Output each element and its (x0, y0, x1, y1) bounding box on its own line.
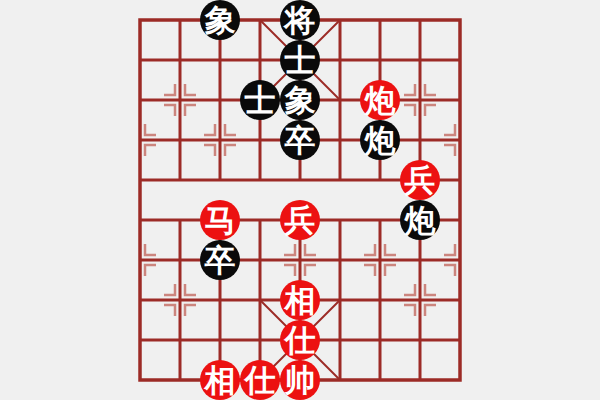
piece-red-advisor[interactable]: 仕 (240, 360, 280, 400)
board-point[interactable] (160, 240, 200, 280)
piece-red-advisor[interactable]: 仕 (280, 320, 320, 360)
board-point[interactable] (320, 160, 360, 200)
board-point[interactable] (240, 160, 280, 200)
board-point[interactable] (320, 120, 360, 160)
board-point[interactable] (160, 360, 200, 400)
piece-red-cannon[interactable]: 炮 (360, 80, 400, 120)
piece-red-soldier[interactable]: 兵 (280, 200, 320, 240)
board-point[interactable] (120, 160, 160, 200)
board-point[interactable] (400, 80, 440, 120)
board-point[interactable] (320, 200, 360, 240)
board-point[interactable] (240, 0, 280, 40)
piece-black-soldier[interactable]: 卒 (280, 120, 320, 160)
piece-black-elephant[interactable]: 象 (280, 80, 320, 120)
board-point[interactable] (320, 360, 360, 400)
board-point[interactable] (360, 360, 400, 400)
board-point[interactable] (200, 80, 240, 120)
board-point[interactable] (120, 200, 160, 240)
board-point[interactable] (160, 40, 200, 80)
board-point[interactable] (200, 280, 240, 320)
board-point[interactable] (280, 240, 320, 280)
piece-red-soldier[interactable]: 兵 (400, 160, 440, 200)
board-point[interactable] (120, 360, 160, 400)
piece-red-horse[interactable]: 马 (200, 200, 240, 240)
board-point[interactable] (320, 240, 360, 280)
board-point[interactable] (240, 120, 280, 160)
board-point[interactable] (360, 160, 400, 200)
board-point[interactable] (440, 80, 480, 120)
board-point[interactable] (440, 120, 480, 160)
board-point[interactable] (240, 320, 280, 360)
board-point[interactable] (400, 240, 440, 280)
piece-black-advisor[interactable]: 士 (280, 40, 320, 80)
piece-black-cannon[interactable]: 炮 (360, 120, 400, 160)
board-point[interactable] (440, 280, 480, 320)
board-point[interactable] (360, 280, 400, 320)
board-point[interactable] (120, 240, 160, 280)
board-point[interactable] (440, 320, 480, 360)
board-point[interactable] (200, 120, 240, 160)
piece-red-elephant[interactable]: 相 (280, 280, 320, 320)
piece-grid: 象将士士象炮卒炮兵马兵炮卒相仕相仕帅 (120, 0, 480, 400)
board-point[interactable] (120, 40, 160, 80)
board-point[interactable] (320, 40, 360, 80)
board-point[interactable] (440, 160, 480, 200)
board-point[interactable] (400, 280, 440, 320)
piece-black-elephant[interactable]: 象 (200, 0, 240, 40)
board-point[interactable] (200, 40, 240, 80)
board-point[interactable] (120, 280, 160, 320)
board-point[interactable] (280, 160, 320, 200)
board-point[interactable] (200, 320, 240, 360)
board-point[interactable] (240, 200, 280, 240)
board-point[interactable] (440, 200, 480, 240)
piece-black-cannon[interactable]: 炮 (400, 200, 440, 240)
piece-black-advisor[interactable]: 士 (240, 80, 280, 120)
board-point[interactable] (440, 360, 480, 400)
board-point[interactable] (440, 240, 480, 280)
board-point[interactable] (400, 120, 440, 160)
piece-black-king[interactable]: 将 (280, 0, 320, 40)
board-point[interactable] (120, 320, 160, 360)
board-point[interactable] (160, 200, 200, 240)
board-point[interactable] (160, 120, 200, 160)
board-point[interactable] (240, 280, 280, 320)
board-point[interactable] (360, 320, 400, 360)
board-point[interactable] (240, 240, 280, 280)
board-point[interactable] (240, 40, 280, 80)
board-point[interactable] (160, 280, 200, 320)
board-point[interactable] (360, 40, 400, 80)
xiangqi-board: 象将士士象炮卒炮兵马兵炮卒相仕相仕帅 (0, 0, 600, 400)
board-point[interactable] (160, 80, 200, 120)
board-point[interactable] (160, 0, 200, 40)
board-point[interactable] (320, 280, 360, 320)
board-point[interactable] (200, 160, 240, 200)
board-point[interactable] (160, 160, 200, 200)
piece-black-soldier[interactable]: 卒 (200, 240, 240, 280)
board-point[interactable] (320, 0, 360, 40)
board-point[interactable] (400, 40, 440, 80)
board-point[interactable] (120, 120, 160, 160)
board-point[interactable] (400, 320, 440, 360)
board-point[interactable] (360, 0, 400, 40)
board-point[interactable] (160, 320, 200, 360)
board-point[interactable] (400, 360, 440, 400)
board-point[interactable] (440, 0, 480, 40)
board-point[interactable] (120, 0, 160, 40)
board-point[interactable] (120, 80, 160, 120)
board-point[interactable] (360, 240, 400, 280)
board-point[interactable] (320, 80, 360, 120)
board-point[interactable] (440, 40, 480, 80)
board-point[interactable] (320, 320, 360, 360)
piece-red-king[interactable]: 帅 (280, 360, 320, 400)
board-point[interactable] (400, 0, 440, 40)
piece-red-elephant[interactable]: 相 (200, 360, 240, 400)
board-point[interactable] (360, 200, 400, 240)
